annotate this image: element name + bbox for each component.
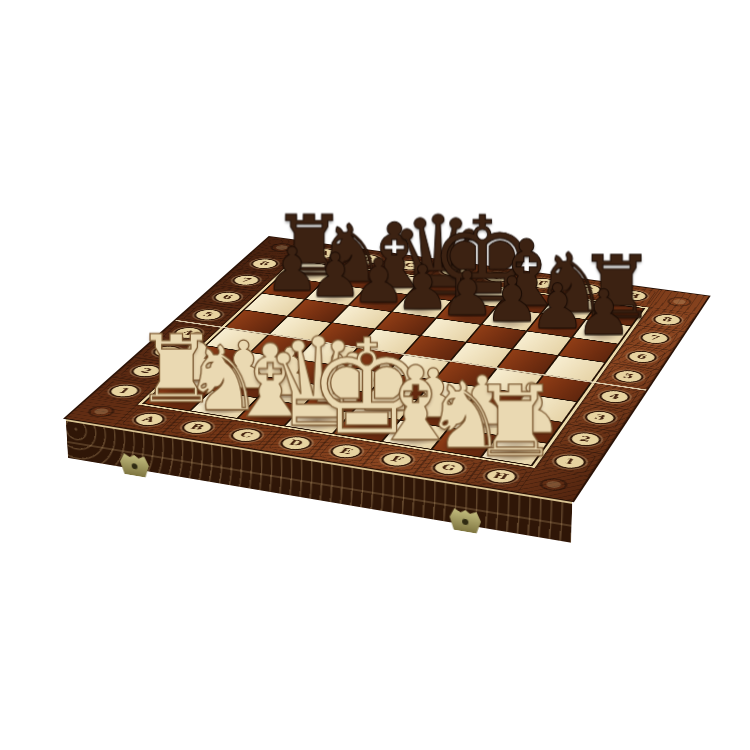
rank-label-8: 8 <box>247 257 282 270</box>
brass-clasp-icon <box>120 452 150 478</box>
square-c3 <box>278 360 340 385</box>
rank-label-5: 5 <box>610 368 646 384</box>
rank-label-1: 1 <box>104 383 144 399</box>
square-f1 <box>383 421 447 449</box>
square-e3 <box>371 373 433 399</box>
file-label-e: E <box>326 442 367 460</box>
square-b3 <box>232 353 294 378</box>
square-f2 <box>401 400 464 427</box>
file-label-c: C <box>393 259 427 272</box>
square-d1 <box>286 406 350 433</box>
rank-label-4: 4 <box>596 388 633 404</box>
rank-label-6: 6 <box>209 290 245 304</box>
square-h5 <box>545 356 604 381</box>
file-label-a: A <box>129 411 170 428</box>
square-d3 <box>324 367 386 392</box>
square-h3 <box>515 395 576 422</box>
product-photo-canvas: ABCDEFGH ABCDEFGH 87654321 87654321 ♜♞♝♛… <box>0 0 750 750</box>
file-label-d: D <box>436 264 470 277</box>
rank-label-2: 2 <box>126 363 165 379</box>
square-d2 <box>305 386 368 412</box>
file-label-b: B <box>350 253 384 266</box>
file-label-a: A <box>307 247 341 260</box>
square-a2 <box>166 365 229 390</box>
file-label-g: G <box>570 283 604 296</box>
square-c2 <box>258 379 321 405</box>
square-e2 <box>353 393 416 420</box>
file-label-d: D <box>275 434 316 452</box>
rank-label-4: 4 <box>169 325 207 340</box>
rank-label-8: 8 <box>650 312 685 326</box>
square-b2 <box>212 372 275 398</box>
square-h1 <box>482 436 546 465</box>
square-b1 <box>191 391 255 418</box>
rank-label-7: 7 <box>228 273 264 286</box>
square-e4 <box>388 355 448 380</box>
brass-clasp-icon <box>449 508 481 535</box>
rank-label-5: 5 <box>189 308 226 322</box>
rank-label-3: 3 <box>148 344 187 359</box>
file-label-h: H <box>480 467 520 485</box>
file-label-e: E <box>481 270 515 283</box>
file-label-h: H <box>616 289 650 303</box>
rank-label-7: 7 <box>637 330 672 345</box>
rank-label-3: 3 <box>581 409 619 426</box>
file-label-f: F <box>377 450 418 468</box>
square-h2 <box>499 415 561 443</box>
square-e1 <box>334 413 398 441</box>
file-label-b: B <box>177 418 218 435</box>
square-g3 <box>466 388 527 414</box>
square-g2 <box>450 408 513 435</box>
chess-set-photo: ABCDEFGH ABCDEFGH 87654321 87654321 ♜♞♝♛… <box>66 237 709 501</box>
chess-board: ABCDEFGH ABCDEFGH 87654321 87654321 ♜♞♝♛… <box>66 237 709 501</box>
file-label-f: F <box>525 276 559 289</box>
file-label-c: C <box>226 426 267 443</box>
rank-label-2: 2 <box>566 430 605 447</box>
square-a1 <box>145 384 209 410</box>
rank-cell-1: 1 <box>89 377 158 405</box>
rank-label-1: 1 <box>550 452 590 470</box>
rank-label-6: 6 <box>624 349 660 364</box>
square-g1 <box>432 428 496 456</box>
square-c1 <box>238 399 302 426</box>
square-f3 <box>418 381 480 407</box>
file-label-g: G <box>428 458 469 476</box>
